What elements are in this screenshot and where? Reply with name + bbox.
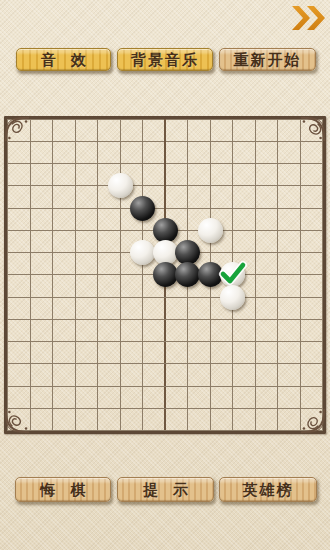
music-toggle-button[interactable]: 背景音乐: [117, 48, 213, 71]
grid-line: [300, 119, 301, 431]
grid-line: [322, 119, 323, 431]
grid-line: [255, 119, 256, 431]
grid-line: [277, 119, 278, 431]
stone-black: [175, 240, 200, 265]
grid-line: [8, 363, 323, 364]
gomoku-app: { "app": { "title": "五子棋 (Gomoku)", "bac…: [0, 0, 330, 550]
grid-line: [8, 341, 323, 342]
stone-white: [198, 218, 223, 243]
grid-line: [8, 408, 323, 409]
undo-button[interactable]: 悔 棋: [15, 477, 111, 502]
corner-ornament-bottom-right: [299, 407, 326, 434]
corner-ornament-top-right: [299, 116, 326, 143]
grid-line: [8, 386, 323, 387]
grid-line: [8, 319, 323, 320]
stone-black: [130, 196, 155, 221]
hint-button[interactable]: 提 示: [117, 477, 214, 502]
stone-white: [220, 262, 245, 287]
corner-ornament-bottom-left: [4, 407, 31, 434]
stone-white: [108, 173, 133, 198]
stone-black: [153, 262, 178, 287]
gomoku-board[interactable]: [0, 114, 330, 436]
double-chevron-right-icon: [291, 5, 327, 31]
stone-white: [130, 240, 155, 265]
grid-line: [8, 297, 323, 298]
stone-black: [153, 218, 178, 243]
restart-button[interactable]: 重新开始: [219, 48, 316, 71]
expand-menu-button[interactable]: [291, 5, 327, 31]
stone-white: [220, 285, 245, 310]
stone-white: [153, 240, 178, 265]
sound-toggle-button[interactable]: 音 效: [16, 48, 111, 71]
corner-ornament-top-left: [4, 116, 31, 143]
leaderboard-button[interactable]: 英雄榜: [219, 477, 317, 502]
grid-line: [8, 430, 323, 431]
